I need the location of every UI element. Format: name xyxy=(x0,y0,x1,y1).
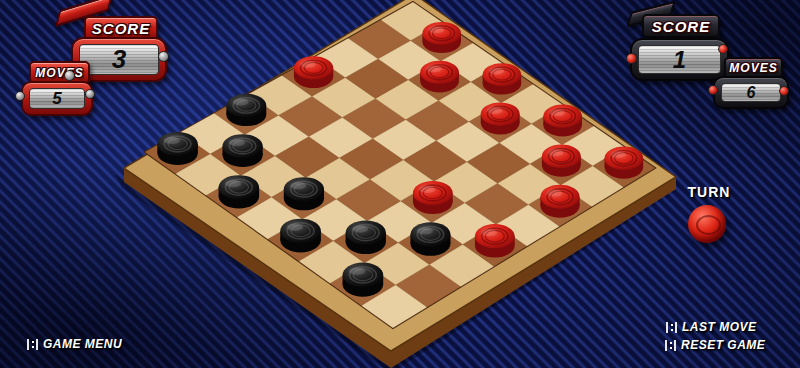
menu-icon xyxy=(666,322,677,333)
right-score-display: 1 xyxy=(630,38,729,81)
left-score-value: 3 xyxy=(79,44,159,75)
bolt xyxy=(64,70,75,81)
right-score-label: SCORE xyxy=(644,16,718,36)
checker-red[interactable] xyxy=(294,56,333,88)
menu-icon xyxy=(27,339,38,350)
turn-indicator: TURN xyxy=(686,184,732,200)
checker-red[interactable] xyxy=(605,146,644,178)
checker-black[interactable] xyxy=(343,263,384,297)
bolt xyxy=(15,91,25,101)
game-menu-button[interactable]: GAME MENU xyxy=(27,337,122,351)
checker-black[interactable] xyxy=(410,222,450,256)
checker-black[interactable] xyxy=(223,134,263,167)
checker-black[interactable] xyxy=(219,175,259,208)
checker-red[interactable] xyxy=(420,61,459,93)
left-moves-label: MOVES xyxy=(31,63,88,82)
bolt-red xyxy=(718,44,728,54)
left-score-label: SCORE xyxy=(86,18,156,39)
last-move-label: LAST MOVE xyxy=(682,320,757,334)
checker-black[interactable] xyxy=(280,219,321,253)
right-score-plate: SCORE xyxy=(642,14,720,38)
turn-label: TURN xyxy=(686,184,732,200)
left-moves-value: 5 xyxy=(29,88,85,109)
checker-red[interactable] xyxy=(542,144,581,176)
checker-black[interactable] xyxy=(284,177,324,210)
checker-red[interactable] xyxy=(540,185,579,218)
bolt xyxy=(85,89,95,99)
checker-black[interactable] xyxy=(346,220,386,254)
left-moves-display: 5 xyxy=(21,81,93,116)
checker-red[interactable] xyxy=(543,105,582,137)
right-score-value: 1 xyxy=(638,45,721,74)
reset-game-button[interactable]: RESET GAME xyxy=(665,338,765,352)
reset-game-label: RESET GAME xyxy=(681,338,765,352)
checker-black[interactable] xyxy=(157,132,197,165)
game-menu-label: GAME MENU xyxy=(43,337,122,351)
right-moves-label: MOVES xyxy=(726,59,781,77)
checker-black[interactable] xyxy=(226,94,266,126)
checker-red[interactable] xyxy=(483,63,522,94)
bolt-red xyxy=(779,86,789,96)
game-screen: SCORE 3 MOVES 5 SCORE 1 MOVES 6 TURN GAM… xyxy=(0,0,800,368)
last-move-button[interactable]: LAST MOVE xyxy=(666,320,757,334)
checker-red[interactable] xyxy=(475,224,515,257)
bolt-red xyxy=(626,53,637,64)
checker-red[interactable] xyxy=(481,102,520,134)
bolt-red xyxy=(708,85,718,95)
bolt xyxy=(158,51,169,62)
checker-red[interactable] xyxy=(413,181,453,214)
turn-piece-red xyxy=(688,205,726,243)
right-moves-value: 6 xyxy=(721,83,781,102)
right-moves-display: 6 xyxy=(713,76,789,109)
menu-icon xyxy=(665,340,676,351)
checker-red[interactable] xyxy=(422,22,461,53)
